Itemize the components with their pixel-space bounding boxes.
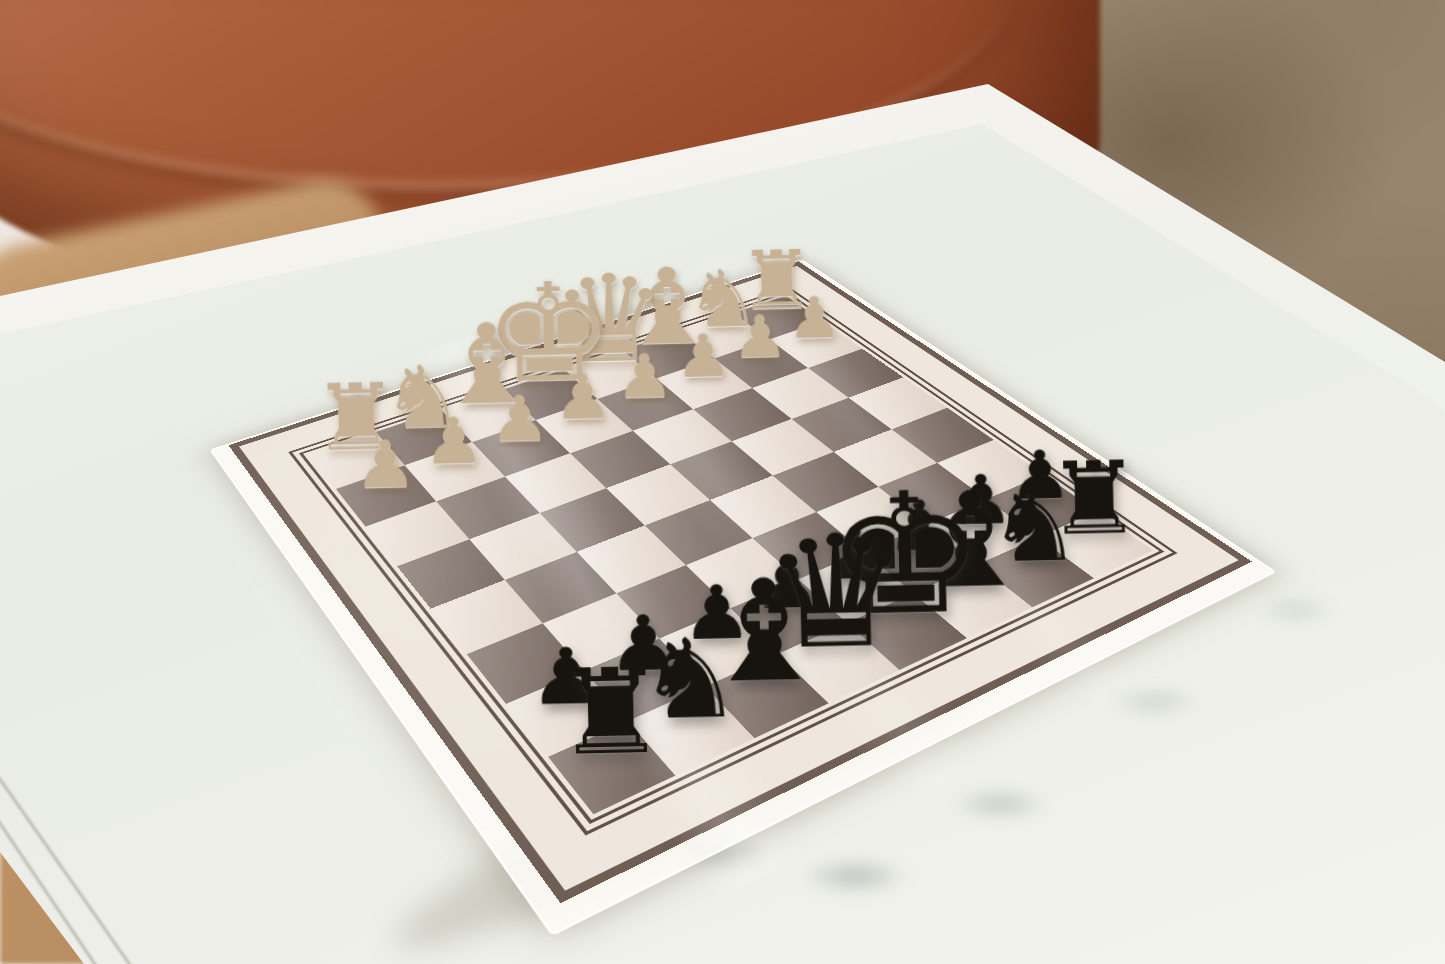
piece-white-pawn: ♟ bbox=[553, 369, 613, 426]
piece-white-pawn: ♟ bbox=[489, 391, 550, 449]
chess-board-wrap: ♜♞♝♚♛♝♞♜♟♟♟♟♟♟♟♟♟♟♟♟♟♟♟♟♜♞♝♛♚♝♞♜ bbox=[328, 142, 1091, 858]
piece-white-pawn: ♟ bbox=[423, 413, 486, 472]
piece-white-pawn: ♟ bbox=[353, 436, 417, 496]
piece-white-pawn: ♟ bbox=[732, 310, 789, 364]
photo-scene: ♜♞♝♚♛♝♞♜♟♟♟♟♟♟♟♟♟♟♟♟♟♟♟♟♜♞♝♛♚♝♞♜ bbox=[0, 0, 1445, 964]
piece-white-pawn: ♟ bbox=[674, 329, 732, 384]
piece-black-rook: ♜ bbox=[553, 659, 668, 767]
square-f3 bbox=[504, 453, 606, 513]
piece-white-pawn: ♟ bbox=[787, 292, 843, 345]
piece-white-pawn: ♟ bbox=[615, 349, 674, 405]
